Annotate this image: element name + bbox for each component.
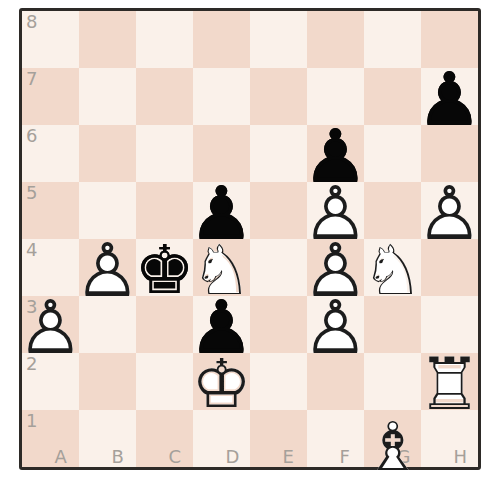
white-pawn-glyph-outline: ♙ — [416, 176, 482, 250]
square-f7[interactable] — [307, 68, 364, 125]
white-knight-glyph-outline: ♘ — [191, 235, 253, 304]
white-pawn-f4[interactable]: ♟♙ — [307, 239, 364, 296]
square-a5[interactable]: 5 — [22, 182, 79, 239]
square-b4[interactable]: ♟♙ — [79, 239, 136, 296]
rank-label-5: 5 — [26, 183, 37, 204]
square-a2[interactable]: 2 — [22, 353, 79, 410]
white-pawn-glyph-fill: ♟ — [17, 290, 83, 364]
square-h6[interactable] — [421, 125, 478, 182]
white-pawn-b4[interactable]: ♟♙ — [79, 239, 136, 296]
white-knight-d4[interactable]: ♞♘ — [193, 239, 250, 296]
white-rook-h2[interactable]: ♜♖ — [421, 353, 478, 410]
rank-label-7: 7 — [26, 69, 37, 90]
square-d6[interactable] — [193, 125, 250, 182]
square-h7[interactable]: ♟♙ — [421, 68, 478, 125]
file-label-d: D — [225, 447, 239, 468]
white-knight-glyph-fill: ♞ — [191, 235, 253, 304]
square-e5[interactable] — [250, 182, 307, 239]
square-e2[interactable] — [250, 353, 307, 410]
white-king-glyph-fill: ♚ — [191, 350, 251, 417]
square-h2[interactable]: ♜♖ — [421, 353, 478, 410]
square-f6[interactable]: ♟♙ — [307, 125, 364, 182]
square-e4[interactable] — [250, 239, 307, 296]
black-king-glyph-outline: ♔ — [134, 236, 194, 303]
white-pawn-a3[interactable]: ♟♙ — [22, 296, 79, 353]
board-grid: 87♟♙6♟♙5♟♙♟♙♟♙4♟♙♚♔♞♘♟♙♞♘3♟♙♟♙♟♙2♚♔♜♖1AB… — [22, 11, 478, 467]
black-pawn-glyph-fill: ♟ — [416, 62, 482, 136]
chessboard: 87♟♙6♟♙5♟♙♟♙♟♙4♟♙♚♔♞♘♟♙♞♘3♟♙♟♙♟♙2♚♔♜♖1AB… — [19, 8, 481, 470]
square-c7[interactable] — [136, 68, 193, 125]
file-label-c: C — [168, 447, 181, 468]
square-a6[interactable]: 6 — [22, 125, 79, 182]
square-c2[interactable] — [136, 353, 193, 410]
square-f2[interactable] — [307, 353, 364, 410]
file-label-h: H — [453, 447, 467, 468]
rank-label-8: 8 — [26, 12, 37, 33]
square-c3[interactable] — [136, 296, 193, 353]
white-knight-glyph-fill: ♞ — [362, 235, 424, 304]
square-b6[interactable] — [79, 125, 136, 182]
rank-label-6: 6 — [26, 126, 37, 147]
square-c6[interactable] — [136, 125, 193, 182]
square-e1[interactable]: E — [250, 410, 307, 467]
white-pawn-glyph-fill: ♟ — [416, 176, 482, 250]
white-knight-glyph-outline: ♘ — [362, 235, 424, 304]
square-c5[interactable] — [136, 182, 193, 239]
square-d1[interactable]: D — [193, 410, 250, 467]
square-g4[interactable]: ♞♘ — [364, 239, 421, 296]
white-bishop-glyph-fill: ♝ — [362, 413, 422, 480]
white-bishop-g1[interactable]: ♝♗ — [364, 416, 421, 473]
square-b8[interactable] — [79, 11, 136, 68]
white-pawn-glyph-fill: ♟ — [74, 233, 140, 307]
file-label-e: E — [282, 447, 293, 468]
square-e6[interactable] — [250, 125, 307, 182]
file-label-a: A — [54, 447, 66, 468]
rank-label-4: 4 — [26, 240, 37, 261]
square-h5[interactable]: ♟♙ — [421, 182, 478, 239]
white-pawn-glyph-outline: ♙ — [302, 290, 368, 364]
square-a4[interactable]: 4 — [22, 239, 79, 296]
white-pawn-f5[interactable]: ♟♙ — [307, 182, 364, 239]
white-pawn-h5[interactable]: ♟♙ — [421, 182, 478, 239]
rank-label-2: 2 — [26, 354, 37, 375]
square-g8[interactable] — [364, 11, 421, 68]
square-h4[interactable] — [421, 239, 478, 296]
white-pawn-glyph-outline: ♙ — [17, 290, 83, 364]
square-c1[interactable]: C — [136, 410, 193, 467]
square-d4[interactable]: ♞♘ — [193, 239, 250, 296]
white-king-glyph-outline: ♔ — [191, 350, 251, 417]
square-d8[interactable] — [193, 11, 250, 68]
white-king-d2[interactable]: ♚♔ — [193, 353, 250, 410]
square-b3[interactable] — [79, 296, 136, 353]
square-d7[interactable] — [193, 68, 250, 125]
rank-label-1: 1 — [26, 411, 37, 432]
black-pawn-d5[interactable]: ♟♙ — [193, 182, 250, 239]
black-king-glyph-fill: ♚ — [134, 236, 194, 303]
square-d2[interactable]: ♚♔ — [193, 353, 250, 410]
black-pawn-glyph-outline: ♙ — [416, 62, 482, 136]
file-label-f: F — [339, 447, 349, 468]
square-d3[interactable]: ♟♙ — [193, 296, 250, 353]
square-c4[interactable]: ♚♔ — [136, 239, 193, 296]
white-pawn-glyph-fill: ♟ — [302, 290, 368, 364]
white-knight-g4[interactable]: ♞♘ — [364, 239, 421, 296]
square-b5[interactable] — [79, 182, 136, 239]
square-f8[interactable] — [307, 11, 364, 68]
square-g2[interactable] — [364, 353, 421, 410]
white-rook-glyph-fill: ♜ — [417, 348, 482, 420]
square-d5[interactable]: ♟♙ — [193, 182, 250, 239]
square-g5[interactable] — [364, 182, 421, 239]
black-pawn-d3[interactable]: ♟♙ — [193, 296, 250, 353]
square-f1[interactable]: F — [307, 410, 364, 467]
square-g1[interactable]: G♝♗ — [364, 410, 421, 467]
square-b2[interactable] — [79, 353, 136, 410]
black-pawn-h7[interactable]: ♟♙ — [421, 68, 478, 125]
square-e8[interactable] — [250, 11, 307, 68]
square-g3[interactable] — [364, 296, 421, 353]
white-bishop-glyph-outline: ♗ — [362, 413, 422, 480]
square-b7[interactable] — [79, 68, 136, 125]
black-king-c4[interactable]: ♚♔ — [136, 239, 193, 296]
square-a3[interactable]: 3♟♙ — [22, 296, 79, 353]
square-a1[interactable]: 1A — [22, 410, 79, 467]
square-a7[interactable]: 7 — [22, 68, 79, 125]
square-a8[interactable]: 8 — [22, 11, 79, 68]
file-label-b: B — [111, 447, 123, 468]
square-h1[interactable]: H — [421, 410, 478, 467]
square-g7[interactable] — [364, 68, 421, 125]
square-g6[interactable] — [364, 125, 421, 182]
white-pawn-glyph-outline: ♙ — [74, 233, 140, 307]
square-f5[interactable]: ♟♙ — [307, 182, 364, 239]
white-rook-glyph-outline: ♖ — [417, 348, 482, 420]
square-c8[interactable] — [136, 11, 193, 68]
square-f3[interactable]: ♟♙ — [307, 296, 364, 353]
black-pawn-f6[interactable]: ♟♙ — [307, 125, 364, 182]
square-h8[interactable] — [421, 11, 478, 68]
square-f4[interactable]: ♟♙ — [307, 239, 364, 296]
square-h3[interactable] — [421, 296, 478, 353]
square-e3[interactable] — [250, 296, 307, 353]
square-e7[interactable] — [250, 68, 307, 125]
white-pawn-f3[interactable]: ♟♙ — [307, 296, 364, 353]
square-b1[interactable]: B — [79, 410, 136, 467]
